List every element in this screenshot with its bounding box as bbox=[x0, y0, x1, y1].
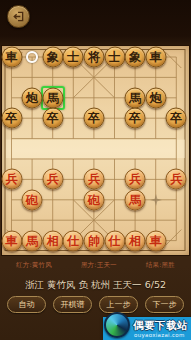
red-piece-帥[interactable]: 帥 bbox=[83, 230, 104, 251]
back-button[interactable] bbox=[7, 5, 30, 28]
site-watermark[interactable]: 偶要下载站 ouyaoxiazai.com bbox=[103, 317, 191, 340]
red-piece-仕[interactable]: 仕 bbox=[104, 230, 125, 251]
black-piece-馬[interactable]: 馬 bbox=[125, 87, 146, 108]
black-piece-炮[interactable]: 炮 bbox=[22, 87, 43, 108]
red-player-label: 红方:黄竹风 bbox=[16, 261, 52, 270]
red-piece-車[interactable]: 車 bbox=[145, 230, 166, 251]
app-screen: 車象士将士象車炮馬馬炮卒卒卒卒卒兵兵兵兵兵砲砲馬車馬相仕帥仕相車 红方:黄竹风 … bbox=[0, 0, 191, 340]
black-piece-将[interactable]: 将 bbox=[83, 47, 104, 68]
black-piece-馬[interactable]: 馬 bbox=[42, 87, 63, 108]
black-piece-士[interactable]: 士 bbox=[104, 47, 125, 68]
black-player-label: 黑方:王天一 bbox=[81, 261, 117, 270]
watermark-title: 偶要下载站 bbox=[133, 319, 188, 333]
controls-bar: 自动 开棋谱 上一步 下一步 bbox=[0, 296, 191, 313]
black-piece-車[interactable]: 車 bbox=[1, 47, 22, 68]
open-book-button[interactable]: 开棋谱 bbox=[53, 296, 92, 313]
watermark-url: ouyaoxiazai.com bbox=[134, 332, 185, 338]
black-piece-卒[interactable]: 卒 bbox=[83, 108, 104, 129]
prev-step-button[interactable]: 上一步 bbox=[99, 296, 138, 313]
red-piece-兵[interactable]: 兵 bbox=[166, 169, 187, 190]
red-piece-兵[interactable]: 兵 bbox=[125, 169, 146, 190]
black-piece-士[interactable]: 士 bbox=[63, 47, 84, 68]
red-piece-相[interactable]: 相 bbox=[42, 230, 63, 251]
xiangqi-board[interactable]: 車象士将士象車炮馬馬炮卒卒卒卒卒兵兵兵兵兵砲砲馬車馬相仕帥仕相車 bbox=[2, 46, 189, 255]
red-piece-仕[interactable]: 仕 bbox=[63, 230, 84, 251]
red-piece-馬[interactable]: 馬 bbox=[22, 230, 43, 251]
players-info-row: 红方:黄竹风 黑方:王天一 结果:黑胜 bbox=[0, 261, 191, 270]
red-piece-兵[interactable]: 兵 bbox=[83, 169, 104, 190]
black-piece-卒[interactable]: 卒 bbox=[1, 108, 22, 129]
back-icon bbox=[12, 10, 25, 23]
red-piece-馬[interactable]: 馬 bbox=[125, 189, 146, 210]
result-label: 结果:黑胜 bbox=[146, 261, 175, 270]
pieces-layer: 車象士将士象車炮馬馬炮卒卒卒卒卒兵兵兵兵兵砲砲馬車馬相仕帥仕相車 bbox=[2, 46, 189, 255]
black-piece-象[interactable]: 象 bbox=[125, 47, 146, 68]
next-step-button[interactable]: 下一步 bbox=[145, 296, 184, 313]
cannon-point-marker bbox=[150, 194, 162, 206]
red-piece-砲[interactable]: 砲 bbox=[83, 189, 104, 210]
red-piece-砲[interactable]: 砲 bbox=[22, 189, 43, 210]
auto-button[interactable]: 自动 bbox=[7, 296, 46, 313]
watermark-logo-icon bbox=[104, 312, 130, 338]
black-piece-卒[interactable]: 卒 bbox=[166, 108, 187, 129]
black-piece-車[interactable]: 車 bbox=[145, 47, 166, 68]
last-move-origin-marker bbox=[26, 51, 38, 63]
black-piece-象[interactable]: 象 bbox=[42, 47, 63, 68]
black-piece-卒[interactable]: 卒 bbox=[125, 108, 146, 129]
game-record-title: 浙江 黄竹风 负 杭州 王天一 6/52 bbox=[0, 279, 191, 292]
red-piece-兵[interactable]: 兵 bbox=[1, 169, 22, 190]
black-piece-炮[interactable]: 炮 bbox=[145, 87, 166, 108]
red-piece-相[interactable]: 相 bbox=[125, 230, 146, 251]
red-piece-兵[interactable]: 兵 bbox=[42, 169, 63, 190]
black-piece-卒[interactable]: 卒 bbox=[42, 108, 63, 129]
red-piece-車[interactable]: 車 bbox=[1, 230, 22, 251]
